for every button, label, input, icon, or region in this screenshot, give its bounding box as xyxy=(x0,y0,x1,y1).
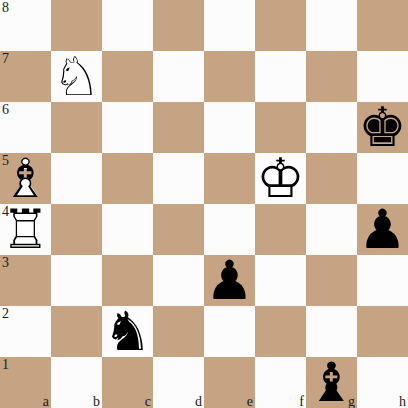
file-label: b xyxy=(93,394,100,408)
square-a8[interactable]: 8 xyxy=(0,0,51,51)
square-f4[interactable] xyxy=(255,204,306,255)
square-e4[interactable] xyxy=(204,204,255,255)
square-d5[interactable] xyxy=(153,153,204,204)
square-f2[interactable] xyxy=(255,306,306,357)
square-b7[interactable]: ♞♘ xyxy=(51,51,102,102)
square-a1[interactable]: 1a xyxy=(0,357,51,408)
square-c7[interactable] xyxy=(102,51,153,102)
piece-white-rook[interactable]: ♜♖ xyxy=(0,204,51,255)
square-a3[interactable]: 3 xyxy=(0,255,51,306)
square-e8[interactable] xyxy=(204,0,255,51)
square-a2[interactable]: 2 xyxy=(0,306,51,357)
square-e1[interactable]: e xyxy=(204,357,255,408)
square-f3[interactable] xyxy=(255,255,306,306)
square-d7[interactable] xyxy=(153,51,204,102)
square-e2[interactable] xyxy=(204,306,255,357)
square-a4[interactable]: 4♜♖ xyxy=(0,204,51,255)
black-knight-glyph: ♞ xyxy=(102,306,153,357)
piece-black-pawn[interactable]: ♟ xyxy=(204,255,255,306)
piece-black-bishop[interactable]: ♝ xyxy=(306,357,357,408)
square-g7[interactable] xyxy=(306,51,357,102)
square-e7[interactable] xyxy=(204,51,255,102)
black-bishop-glyph: ♝ xyxy=(306,357,357,408)
square-c1[interactable]: c xyxy=(102,357,153,408)
square-b6[interactable] xyxy=(51,102,102,153)
square-g3[interactable] xyxy=(306,255,357,306)
rank-label: 1 xyxy=(2,357,9,372)
black-king-glyph: ♚ xyxy=(357,102,408,153)
square-b3[interactable] xyxy=(51,255,102,306)
rank-label: 3 xyxy=(2,255,9,270)
piece-black-king[interactable]: ♚ xyxy=(357,102,408,153)
piece-black-knight[interactable]: ♞ xyxy=(102,306,153,357)
white-knight-outline: ♘ xyxy=(51,51,102,102)
square-c2[interactable]: ♞ xyxy=(102,306,153,357)
square-a7[interactable]: 7 xyxy=(0,51,51,102)
square-e5[interactable] xyxy=(204,153,255,204)
file-label: a xyxy=(43,394,49,408)
square-h4[interactable]: ♟ xyxy=(357,204,408,255)
rank-label: 8 xyxy=(2,0,9,15)
square-f7[interactable] xyxy=(255,51,306,102)
piece-white-bishop[interactable]: ♝♗ xyxy=(0,153,51,204)
rank-label: 7 xyxy=(2,51,9,66)
file-label: c xyxy=(145,394,151,408)
rank-label: 6 xyxy=(2,102,9,117)
square-f5[interactable]: ♚♔ xyxy=(255,153,306,204)
square-d1[interactable]: d xyxy=(153,357,204,408)
file-label: d xyxy=(195,394,202,408)
square-h6[interactable]: ♚ xyxy=(357,102,408,153)
square-g1[interactable]: g♝ xyxy=(306,357,357,408)
piece-black-pawn[interactable]: ♟ xyxy=(357,204,408,255)
square-g5[interactable] xyxy=(306,153,357,204)
square-h1[interactable]: h xyxy=(357,357,408,408)
square-a6[interactable]: 6 xyxy=(0,102,51,153)
white-bishop-outline: ♗ xyxy=(0,153,51,204)
square-b4[interactable] xyxy=(51,204,102,255)
file-label: f xyxy=(299,394,304,408)
chess-board: 87♞♘6♚5♝♗♚♔4♜♖♟3♟2♞1abcdefg♝h xyxy=(0,0,408,408)
square-b2[interactable] xyxy=(51,306,102,357)
piece-white-king[interactable]: ♚♔ xyxy=(255,153,306,204)
file-label: e xyxy=(247,394,253,408)
square-g4[interactable] xyxy=(306,204,357,255)
square-c8[interactable] xyxy=(102,0,153,51)
square-b8[interactable] xyxy=(51,0,102,51)
file-label: h xyxy=(399,394,406,408)
square-e3[interactable]: ♟ xyxy=(204,255,255,306)
square-e6[interactable] xyxy=(204,102,255,153)
square-f8[interactable] xyxy=(255,0,306,51)
rank-label: 2 xyxy=(2,306,9,321)
square-g2[interactable] xyxy=(306,306,357,357)
square-f6[interactable] xyxy=(255,102,306,153)
square-h3[interactable] xyxy=(357,255,408,306)
square-h2[interactable] xyxy=(357,306,408,357)
square-a5[interactable]: 5♝♗ xyxy=(0,153,51,204)
square-c4[interactable] xyxy=(102,204,153,255)
square-c3[interactable] xyxy=(102,255,153,306)
square-d6[interactable] xyxy=(153,102,204,153)
piece-white-knight[interactable]: ♞♘ xyxy=(51,51,102,102)
square-c6[interactable] xyxy=(102,102,153,153)
square-b5[interactable] xyxy=(51,153,102,204)
square-h7[interactable] xyxy=(357,51,408,102)
square-b1[interactable]: b xyxy=(51,357,102,408)
square-d2[interactable] xyxy=(153,306,204,357)
white-rook-outline: ♖ xyxy=(0,204,51,255)
square-d4[interactable] xyxy=(153,204,204,255)
square-d3[interactable] xyxy=(153,255,204,306)
black-pawn-glyph: ♟ xyxy=(204,255,255,306)
square-f1[interactable]: f xyxy=(255,357,306,408)
black-pawn-glyph: ♟ xyxy=(357,204,408,255)
square-c5[interactable] xyxy=(102,153,153,204)
square-g8[interactable] xyxy=(306,0,357,51)
square-h5[interactable] xyxy=(357,153,408,204)
square-g6[interactable] xyxy=(306,102,357,153)
square-h8[interactable] xyxy=(357,0,408,51)
white-king-outline: ♔ xyxy=(255,153,306,204)
square-d8[interactable] xyxy=(153,0,204,51)
